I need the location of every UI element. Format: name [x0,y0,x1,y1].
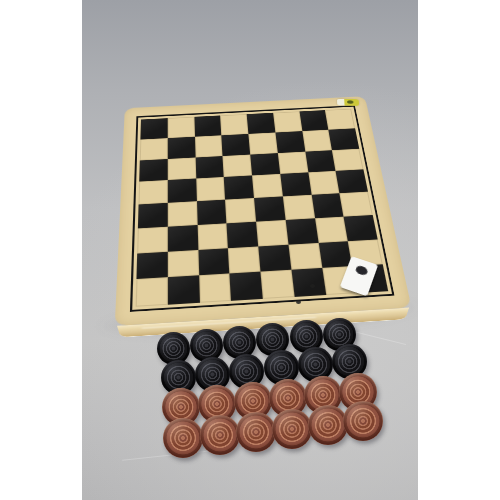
checker-piece-red[interactable] [200,415,240,455]
checker-piece-red[interactable] [236,412,276,452]
board-speck [296,300,301,304]
photo-surface [82,0,418,500]
checker-piece-black[interactable] [157,332,190,365]
page-background [0,0,500,500]
pieces-layer [82,0,418,500]
checker-piece-red[interactable] [163,418,203,458]
checker-piece-red[interactable] [272,409,312,449]
checker-piece-black[interactable] [190,329,223,362]
checker-piece-red[interactable] [308,405,348,445]
checker-piece-red[interactable] [343,401,383,441]
board-speck [310,284,315,288]
